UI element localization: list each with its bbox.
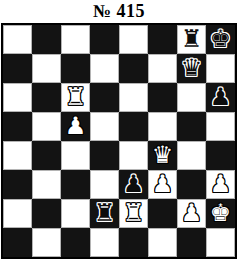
- square-d8[interactable]: [90, 25, 119, 54]
- square-a4[interactable]: [3, 141, 32, 170]
- piece-white-king: ♚: [210, 201, 232, 225]
- square-e8[interactable]: [119, 25, 148, 54]
- square-c4[interactable]: [61, 141, 90, 170]
- square-c2[interactable]: [61, 199, 90, 228]
- square-c8[interactable]: [61, 25, 90, 54]
- square-f1[interactable]: [148, 228, 177, 257]
- square-d3[interactable]: [90, 170, 119, 199]
- square-b6[interactable]: [32, 83, 61, 112]
- square-g6[interactable]: [177, 83, 206, 112]
- square-b3[interactable]: [32, 170, 61, 199]
- square-a3[interactable]: [3, 170, 32, 199]
- square-b8[interactable]: [32, 25, 61, 54]
- piece-white-queen: ♛: [152, 143, 174, 167]
- square-a7[interactable]: [3, 54, 32, 83]
- square-b7[interactable]: [32, 54, 61, 83]
- square-b4[interactable]: [32, 141, 61, 170]
- chess-board: ♜♚♛♜♟♟♛♟♟♟♜♜♟♚: [1, 23, 237, 259]
- square-c3[interactable]: [61, 170, 90, 199]
- square-c7[interactable]: [61, 54, 90, 83]
- square-f4[interactable]: ♛: [148, 141, 177, 170]
- square-g5[interactable]: [177, 112, 206, 141]
- square-f7[interactable]: [148, 54, 177, 83]
- square-d2[interactable]: ♜: [90, 199, 119, 228]
- square-b1[interactable]: [32, 228, 61, 257]
- square-h3[interactable]: ♟: [206, 170, 235, 199]
- square-h2[interactable]: ♚: [206, 199, 235, 228]
- square-e3[interactable]: ♟: [119, 170, 148, 199]
- puzzle-page: № 415 ♜♚♛♜♟♟♛♟♟♟♜♜♟♚: [0, 0, 238, 262]
- square-h7[interactable]: [206, 54, 235, 83]
- square-e4[interactable]: [119, 141, 148, 170]
- square-c6[interactable]: ♜: [61, 83, 90, 112]
- square-a6[interactable]: [3, 83, 32, 112]
- square-f3[interactable]: ♟: [148, 170, 177, 199]
- square-c1[interactable]: [61, 228, 90, 257]
- piece-white-rook: ♜: [65, 85, 87, 109]
- piece-white-pawn: ♟: [65, 114, 87, 138]
- square-b5[interactable]: [32, 112, 61, 141]
- square-a2[interactable]: [3, 199, 32, 228]
- square-g2[interactable]: ♟: [177, 199, 206, 228]
- square-d4[interactable]: [90, 141, 119, 170]
- piece-black-pawn: ♟: [210, 85, 232, 109]
- square-f2[interactable]: [148, 199, 177, 228]
- piece-black-rook: ♜: [94, 201, 116, 225]
- piece-white-pawn: ♟: [210, 172, 232, 196]
- square-e5[interactable]: [119, 112, 148, 141]
- square-f6[interactable]: [148, 83, 177, 112]
- square-e6[interactable]: [119, 83, 148, 112]
- square-g3[interactable]: [177, 170, 206, 199]
- square-e2[interactable]: ♜: [119, 199, 148, 228]
- square-f5[interactable]: [148, 112, 177, 141]
- square-g7[interactable]: ♛: [177, 54, 206, 83]
- piece-white-rook: ♜: [123, 201, 145, 225]
- square-g4[interactable]: [177, 141, 206, 170]
- square-h5[interactable]: [206, 112, 235, 141]
- piece-black-rook: ♜: [181, 27, 203, 51]
- square-g1[interactable]: [177, 228, 206, 257]
- square-h8[interactable]: ♚: [206, 25, 235, 54]
- piece-white-pawn: ♟: [181, 201, 203, 225]
- square-d6[interactable]: [90, 83, 119, 112]
- piece-black-pawn: ♟: [123, 172, 145, 196]
- piece-black-king: ♚: [210, 27, 232, 51]
- square-h4[interactable]: [206, 141, 235, 170]
- piece-black-queen: ♛: [181, 56, 203, 80]
- square-a8[interactable]: [3, 25, 32, 54]
- puzzle-number: № 415: [0, 0, 238, 23]
- square-d1[interactable]: [90, 228, 119, 257]
- square-e1[interactable]: [119, 228, 148, 257]
- square-e7[interactable]: [119, 54, 148, 83]
- square-a5[interactable]: [3, 112, 32, 141]
- square-h1[interactable]: [206, 228, 235, 257]
- piece-white-pawn: ♟: [152, 172, 174, 196]
- square-h6[interactable]: ♟: [206, 83, 235, 112]
- square-c5[interactable]: ♟: [61, 112, 90, 141]
- square-a1[interactable]: [3, 228, 32, 257]
- square-d7[interactable]: [90, 54, 119, 83]
- square-f8[interactable]: [148, 25, 177, 54]
- square-b2[interactable]: [32, 199, 61, 228]
- square-d5[interactable]: [90, 112, 119, 141]
- square-g8[interactable]: ♜: [177, 25, 206, 54]
